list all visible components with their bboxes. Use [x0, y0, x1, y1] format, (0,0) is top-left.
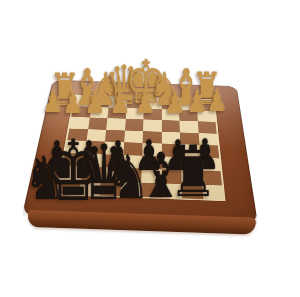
- white-pawn[interactable]: ♟: [63, 88, 84, 118]
- white-pawn[interactable]: ♟: [135, 88, 156, 118]
- white-pawn[interactable]: ♟: [85, 88, 106, 118]
- square-r3c5[interactable]: [143, 119, 161, 131]
- white-pawn[interactable]: ♟: [110, 88, 131, 118]
- white-pawn[interactable]: ♟: [207, 86, 228, 116]
- white-pawn[interactable]: ♟: [187, 87, 208, 117]
- white-pawn[interactable]: ♟: [43, 87, 64, 117]
- chess-set-photo: ♜♝♞♛♚♞♝♜♟♟♟♟♟♟♟♟♟♟♟♟♟♟♞♚♛♞♝♜: [0, 0, 300, 297]
- white-pawn[interactable]: ♟: [165, 88, 186, 118]
- black-rook[interactable]: ♜: [169, 137, 218, 207]
